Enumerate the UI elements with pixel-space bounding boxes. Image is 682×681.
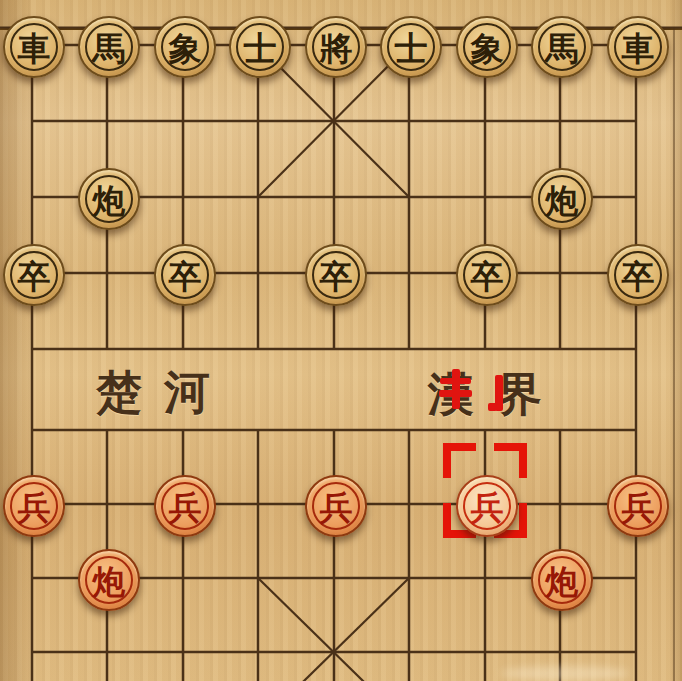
piece-black-advisor-left[interactable]: 士 bbox=[229, 16, 291, 78]
piece-red-cannon-left[interactable]: 炮 bbox=[78, 549, 140, 611]
piece-glyph: 炮 bbox=[93, 565, 126, 598]
piece-glyph: 馬 bbox=[93, 32, 126, 65]
piece-glyph: 炮 bbox=[546, 184, 579, 217]
river-red-mark bbox=[440, 378, 471, 384]
piece-glyph: 將 bbox=[320, 32, 353, 65]
piece-black-soldier-2[interactable]: 卒 bbox=[154, 244, 216, 306]
piece-black-elephant-right[interactable]: 象 bbox=[456, 16, 518, 78]
piece-red-soldier-5[interactable]: 兵 bbox=[607, 475, 669, 537]
river-red-mark bbox=[439, 390, 472, 397]
piece-glyph: 士 bbox=[244, 32, 277, 65]
piece-red-soldier-1[interactable]: 兵 bbox=[3, 475, 65, 537]
piece-glyph: 卒 bbox=[169, 260, 202, 293]
piece-black-elephant-left[interactable]: 象 bbox=[154, 16, 216, 78]
xiangqi-board[interactable]: 楚河 漢界 車馬象士將士象馬車炮炮卒卒卒卒卒兵兵兵兵兵炮炮 bbox=[0, 0, 682, 681]
piece-black-horse-left[interactable]: 馬 bbox=[78, 16, 140, 78]
piece-glyph: 馬 bbox=[546, 32, 579, 65]
piece-glyph: 車 bbox=[622, 32, 655, 65]
piece-glyph: 兵 bbox=[169, 491, 202, 524]
piece-black-horse-right[interactable]: 馬 bbox=[531, 16, 593, 78]
piece-red-soldier-3[interactable]: 兵 bbox=[305, 475, 367, 537]
piece-glyph: 卒 bbox=[18, 260, 51, 293]
piece-glyph: 卒 bbox=[471, 260, 504, 293]
piece-glyph: 炮 bbox=[93, 184, 126, 217]
piece-black-soldier-4[interactable]: 卒 bbox=[456, 244, 518, 306]
piece-black-cannon-left[interactable]: 炮 bbox=[78, 168, 140, 230]
piece-glyph: 象 bbox=[471, 32, 504, 65]
piece-black-general[interactable]: 將 bbox=[305, 16, 367, 78]
piece-glyph: 士 bbox=[395, 32, 428, 65]
piece-black-cannon-right[interactable]: 炮 bbox=[531, 168, 593, 230]
piece-glyph: 車 bbox=[18, 32, 51, 65]
piece-glyph: 炮 bbox=[546, 565, 579, 598]
river-red-mark bbox=[452, 369, 460, 409]
piece-glyph: 卒 bbox=[320, 260, 353, 293]
piece-black-soldier-5[interactable]: 卒 bbox=[607, 244, 669, 306]
cropped-piece-glow bbox=[500, 666, 630, 681]
river-label-chu-he: 楚河 bbox=[96, 362, 232, 424]
piece-black-advisor-right[interactable]: 士 bbox=[380, 16, 442, 78]
piece-black-chariot-left[interactable]: 車 bbox=[3, 16, 65, 78]
river-red-mark bbox=[488, 403, 497, 411]
piece-glyph: 卒 bbox=[622, 260, 655, 293]
piece-red-soldier-2[interactable]: 兵 bbox=[154, 475, 216, 537]
piece-red-soldier-4[interactable]: 兵 bbox=[456, 475, 518, 537]
piece-black-chariot-right[interactable]: 車 bbox=[607, 16, 669, 78]
piece-glyph: 兵 bbox=[18, 491, 51, 524]
piece-glyph: 兵 bbox=[622, 491, 655, 524]
piece-red-cannon-right[interactable]: 炮 bbox=[531, 549, 593, 611]
piece-glyph: 兵 bbox=[320, 491, 353, 524]
piece-glyph: 兵 bbox=[471, 491, 504, 524]
piece-black-soldier-1[interactable]: 卒 bbox=[3, 244, 65, 306]
piece-black-soldier-3[interactable]: 卒 bbox=[305, 244, 367, 306]
piece-glyph: 象 bbox=[169, 32, 202, 65]
